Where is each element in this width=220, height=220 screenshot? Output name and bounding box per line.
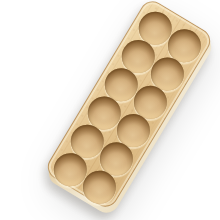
product-photo-canvas [0,0,220,220]
mancala-board [90,2,168,206]
